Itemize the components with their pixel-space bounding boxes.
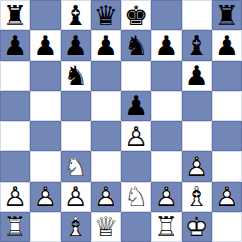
square-c1[interactable]: ♝♗: [61, 212, 91, 242]
piece-outline-glyph: ♔: [182, 212, 212, 242]
square-f4[interactable]: [151, 121, 181, 151]
square-d2[interactable]: ♟♙: [91, 182, 121, 212]
square-d1[interactable]: ♛♕: [91, 212, 121, 242]
piece-outline-glyph: ♖: [151, 212, 181, 242]
piece-outline-glyph: ♘: [121, 182, 151, 212]
piece-black-pawn[interactable]: ♟: [61, 30, 91, 60]
piece-outline-glyph: ♙: [121, 121, 151, 151]
piece-black-bishop[interactable]: ♝: [182, 30, 212, 60]
square-h8[interactable]: ♜: [212, 0, 242, 30]
piece-glyph: ♜: [0, 0, 30, 30]
piece-black-bishop[interactable]: ♝: [61, 0, 91, 30]
piece-white-knight[interactable]: ♞♘: [61, 151, 91, 181]
piece-white-bishop[interactable]: ♝♗: [61, 212, 91, 242]
square-f3[interactable]: [151, 151, 181, 181]
square-a3[interactable]: [0, 151, 30, 181]
square-f5[interactable]: [151, 91, 181, 121]
piece-glyph: ♝: [182, 30, 212, 60]
square-c8[interactable]: ♝: [61, 0, 91, 30]
piece-outline-glyph: ♙: [91, 182, 121, 212]
square-d5[interactable]: [91, 91, 121, 121]
square-d4[interactable]: [91, 121, 121, 151]
square-d6[interactable]: [91, 61, 121, 91]
square-e2[interactable]: ♞♘: [121, 182, 151, 212]
square-g6[interactable]: ♟: [182, 61, 212, 91]
square-f7[interactable]: ♟: [151, 30, 181, 60]
square-e8[interactable]: ♚: [121, 0, 151, 30]
piece-black-knight[interactable]: ♞: [121, 30, 151, 60]
square-g8[interactable]: [182, 0, 212, 30]
piece-white-rook[interactable]: ♜♖: [151, 212, 181, 242]
piece-black-pawn[interactable]: ♟: [151, 30, 181, 60]
piece-glyph: ♛: [91, 0, 121, 30]
piece-outline-glyph: ♙: [182, 151, 212, 181]
square-c2[interactable]: ♟♙: [61, 182, 91, 212]
piece-outline-glyph: ♙: [61, 182, 91, 212]
square-h5[interactable]: [212, 91, 242, 121]
square-e3[interactable]: [121, 151, 151, 181]
square-h7[interactable]: ♟: [212, 30, 242, 60]
square-f1[interactable]: ♜♖: [151, 212, 181, 242]
piece-white-king[interactable]: ♚♔: [182, 212, 212, 242]
piece-outline-glyph: ♙: [0, 182, 30, 212]
square-g7[interactable]: ♝: [182, 30, 212, 60]
square-h6[interactable]: [212, 61, 242, 91]
piece-black-pawn[interactable]: ♟: [0, 30, 30, 60]
piece-glyph: ♟: [151, 30, 181, 60]
square-e5[interactable]: ♟: [121, 91, 151, 121]
square-e1[interactable]: [121, 212, 151, 242]
square-b8[interactable]: [30, 0, 60, 30]
piece-black-king[interactable]: ♚: [121, 0, 151, 30]
piece-black-pawn[interactable]: ♟: [121, 91, 151, 121]
square-a4[interactable]: [0, 121, 30, 151]
square-e4[interactable]: ♟♙: [121, 121, 151, 151]
square-g5[interactable]: [182, 91, 212, 121]
square-a2[interactable]: ♟♙: [0, 182, 30, 212]
square-g4[interactable]: [182, 121, 212, 151]
piece-white-knight[interactable]: ♞♘: [121, 182, 151, 212]
square-b3[interactable]: [30, 151, 60, 181]
square-b2[interactable]: ♟♙: [30, 182, 60, 212]
piece-black-queen[interactable]: ♛: [91, 0, 121, 30]
square-f2[interactable]: ♟♙: [151, 182, 181, 212]
piece-black-rook[interactable]: ♜: [212, 0, 242, 30]
square-c6[interactable]: ♞: [61, 61, 91, 91]
square-h4[interactable]: [212, 121, 242, 151]
piece-white-pawn[interactable]: ♟♙: [61, 182, 91, 212]
piece-glyph: ♞: [121, 30, 151, 60]
piece-black-pawn[interactable]: ♟: [212, 30, 242, 60]
square-e7[interactable]: ♞: [121, 30, 151, 60]
piece-white-pawn[interactable]: ♟♙: [121, 121, 151, 151]
square-b4[interactable]: [30, 121, 60, 151]
square-b1[interactable]: [30, 212, 60, 242]
square-d3[interactable]: [91, 151, 121, 181]
piece-white-rook[interactable]: ♜♖: [0, 212, 30, 242]
piece-white-pawn[interactable]: ♟♙: [0, 182, 30, 212]
square-c3[interactable]: ♞♘: [61, 151, 91, 181]
piece-white-pawn[interactable]: ♟♙: [151, 182, 181, 212]
square-d8[interactable]: ♛: [91, 0, 121, 30]
piece-outline-glyph: ♗: [61, 212, 91, 242]
square-c5[interactable]: [61, 91, 91, 121]
piece-glyph: ♝: [61, 0, 91, 30]
square-a6[interactable]: [0, 61, 30, 91]
square-h2[interactable]: ♟♙: [212, 182, 242, 212]
piece-outline-glyph: ♕: [91, 212, 121, 242]
piece-glyph: ♚: [121, 0, 151, 30]
piece-outline-glyph: ♖: [0, 212, 30, 242]
square-c7[interactable]: ♟: [61, 30, 91, 60]
piece-glyph: ♟: [121, 91, 151, 121]
square-h1[interactable]: [212, 212, 242, 242]
piece-glyph: ♟: [30, 30, 60, 60]
square-c4[interactable]: [61, 121, 91, 151]
piece-glyph: ♟: [61, 30, 91, 60]
piece-black-pawn[interactable]: ♟: [91, 30, 121, 60]
piece-white-bishop[interactable]: ♝♗: [182, 182, 212, 212]
piece-glyph: ♟: [212, 30, 242, 60]
piece-outline-glyph: ♙: [151, 182, 181, 212]
square-g2[interactable]: ♝♗: [182, 182, 212, 212]
chess-board: ♜♝♛♚♜♟♟♟♟♞♟♝♟♞♟♟♟♙♞♘♟♙♟♙♟♙♟♙♟♙♞♘♟♙♝♗♟♙♜♖…: [0, 0, 242, 242]
piece-white-queen[interactable]: ♛♕: [91, 212, 121, 242]
piece-outline-glyph: ♙: [212, 182, 242, 212]
square-b5[interactable]: [30, 91, 60, 121]
piece-white-pawn[interactable]: ♟♙: [212, 182, 242, 212]
square-h3[interactable]: [212, 151, 242, 181]
square-b6[interactable]: [30, 61, 60, 91]
square-a5[interactable]: [0, 91, 30, 121]
square-e6[interactable]: [121, 61, 151, 91]
square-b7[interactable]: ♟: [30, 30, 60, 60]
square-a8[interactable]: ♜: [0, 0, 30, 30]
piece-glyph: ♟: [182, 61, 212, 91]
piece-black-pawn[interactable]: ♟: [182, 61, 212, 91]
piece-white-pawn[interactable]: ♟♙: [30, 182, 60, 212]
piece-black-knight[interactable]: ♞: [61, 61, 91, 91]
square-f8[interactable]: [151, 0, 181, 30]
piece-black-rook[interactable]: ♜: [0, 0, 30, 30]
piece-glyph: ♞: [61, 61, 91, 91]
piece-outline-glyph: ♙: [30, 182, 60, 212]
piece-glyph: ♜: [212, 0, 242, 30]
square-g1[interactable]: ♚♔: [182, 212, 212, 242]
piece-outline-glyph: ♘: [61, 151, 91, 181]
piece-glyph: ♟: [0, 30, 30, 60]
square-f6[interactable]: [151, 61, 181, 91]
piece-glyph: ♟: [91, 30, 121, 60]
piece-black-pawn[interactable]: ♟: [30, 30, 60, 60]
square-a7[interactable]: ♟: [0, 30, 30, 60]
piece-white-pawn[interactable]: ♟♙: [182, 151, 212, 181]
piece-outline-glyph: ♗: [182, 182, 212, 212]
square-g3[interactable]: ♟♙: [182, 151, 212, 181]
piece-white-pawn[interactable]: ♟♙: [91, 182, 121, 212]
square-a1[interactable]: ♜♖: [0, 212, 30, 242]
square-d7[interactable]: ♟: [91, 30, 121, 60]
